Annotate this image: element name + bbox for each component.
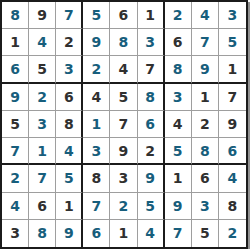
cell-r8c5[interactable]: 2 xyxy=(110,193,137,220)
cell-r4c4[interactable]: 4 xyxy=(83,84,110,111)
cell-r1c2[interactable]: 9 xyxy=(29,2,56,29)
cell-r6c6[interactable]: 2 xyxy=(138,138,165,165)
cell-r2c1[interactable]: 1 xyxy=(2,29,29,56)
cell-r5c1[interactable]: 5 xyxy=(2,111,29,138)
cell-r6c9[interactable]: 6 xyxy=(219,138,246,165)
cell-r6c7[interactable]: 5 xyxy=(165,138,192,165)
cell-r4c2[interactable]: 2 xyxy=(29,84,56,111)
cell-r3c8[interactable]: 9 xyxy=(192,56,219,83)
cell-r4c3[interactable]: 6 xyxy=(56,84,83,111)
cell-r2c6[interactable]: 3 xyxy=(138,29,165,56)
cell-r9c1[interactable]: 3 xyxy=(2,220,29,247)
cell-r8c8[interactable]: 3 xyxy=(192,193,219,220)
cell-r8c3[interactable]: 1 xyxy=(56,193,83,220)
cell-r2c7[interactable]: 6 xyxy=(165,29,192,56)
cell-r8c1[interactable]: 4 xyxy=(2,193,29,220)
cell-r6c1[interactable]: 7 xyxy=(2,138,29,165)
cell-r3c4[interactable]: 2 xyxy=(83,56,110,83)
sudoku-board: 8975612431429836756532478919264583175381… xyxy=(0,0,248,249)
cell-r9c2[interactable]: 8 xyxy=(29,220,56,247)
cell-r6c5[interactable]: 9 xyxy=(110,138,137,165)
cell-r3c2[interactable]: 5 xyxy=(29,56,56,83)
cell-r8c2[interactable]: 6 xyxy=(29,193,56,220)
cell-r7c8[interactable]: 6 xyxy=(192,165,219,192)
cell-r1c5[interactable]: 6 xyxy=(110,2,137,29)
cell-r1c6[interactable]: 1 xyxy=(138,2,165,29)
cell-r1c1[interactable]: 8 xyxy=(2,2,29,29)
cell-r7c7[interactable]: 1 xyxy=(165,165,192,192)
cell-r9c3[interactable]: 9 xyxy=(56,220,83,247)
cell-r7c2[interactable]: 7 xyxy=(29,165,56,192)
cell-r7c4[interactable]: 8 xyxy=(83,165,110,192)
cell-r2c5[interactable]: 8 xyxy=(110,29,137,56)
cell-r4c1[interactable]: 9 xyxy=(2,84,29,111)
cell-r2c2[interactable]: 4 xyxy=(29,29,56,56)
cell-r3c1[interactable]: 6 xyxy=(2,56,29,83)
cell-r7c5[interactable]: 3 xyxy=(110,165,137,192)
cell-r7c6[interactable]: 9 xyxy=(138,165,165,192)
cell-r1c8[interactable]: 4 xyxy=(192,2,219,29)
cell-r5c9[interactable]: 9 xyxy=(219,111,246,138)
cell-r6c8[interactable]: 8 xyxy=(192,138,219,165)
cell-r8c9[interactable]: 8 xyxy=(219,193,246,220)
cell-r2c4[interactable]: 9 xyxy=(83,29,110,56)
cell-r5c7[interactable]: 4 xyxy=(165,111,192,138)
cell-r3c7[interactable]: 8 xyxy=(165,56,192,83)
cell-r9c9[interactable]: 2 xyxy=(219,220,246,247)
cell-r2c9[interactable]: 5 xyxy=(219,29,246,56)
cell-r1c7[interactable]: 2 xyxy=(165,2,192,29)
cell-r1c3[interactable]: 7 xyxy=(56,2,83,29)
cell-r3c9[interactable]: 1 xyxy=(219,56,246,83)
cell-r8c7[interactable]: 9 xyxy=(165,193,192,220)
cell-r4c7[interactable]: 3 xyxy=(165,84,192,111)
cell-r5c4[interactable]: 1 xyxy=(83,111,110,138)
cell-r4c8[interactable]: 1 xyxy=(192,84,219,111)
cell-r3c6[interactable]: 7 xyxy=(138,56,165,83)
cell-r4c6[interactable]: 8 xyxy=(138,84,165,111)
cell-r5c6[interactable]: 6 xyxy=(138,111,165,138)
cell-r9c8[interactable]: 5 xyxy=(192,220,219,247)
cell-r9c7[interactable]: 7 xyxy=(165,220,192,247)
cell-r3c3[interactable]: 3 xyxy=(56,56,83,83)
cell-r5c2[interactable]: 3 xyxy=(29,111,56,138)
cell-r5c8[interactable]: 2 xyxy=(192,111,219,138)
cell-r8c4[interactable]: 7 xyxy=(83,193,110,220)
cell-r4c5[interactable]: 5 xyxy=(110,84,137,111)
cell-r7c1[interactable]: 2 xyxy=(2,165,29,192)
cell-r7c3[interactable]: 5 xyxy=(56,165,83,192)
cell-r8c6[interactable]: 5 xyxy=(138,193,165,220)
cell-r1c4[interactable]: 5 xyxy=(83,2,110,29)
cell-r2c3[interactable]: 2 xyxy=(56,29,83,56)
cell-r3c5[interactable]: 4 xyxy=(110,56,137,83)
cell-r7c9[interactable]: 4 xyxy=(219,165,246,192)
cell-r1c9[interactable]: 3 xyxy=(219,2,246,29)
cell-r6c4[interactable]: 3 xyxy=(83,138,110,165)
cell-r9c6[interactable]: 4 xyxy=(138,220,165,247)
cell-r2c8[interactable]: 7 xyxy=(192,29,219,56)
cell-r9c4[interactable]: 6 xyxy=(83,220,110,247)
cell-r5c5[interactable]: 7 xyxy=(110,111,137,138)
cell-r6c2[interactable]: 1 xyxy=(29,138,56,165)
cell-r6c3[interactable]: 4 xyxy=(56,138,83,165)
cell-r4c9[interactable]: 7 xyxy=(219,84,246,111)
cell-r9c5[interactable]: 1 xyxy=(110,220,137,247)
cell-r5c3[interactable]: 8 xyxy=(56,111,83,138)
